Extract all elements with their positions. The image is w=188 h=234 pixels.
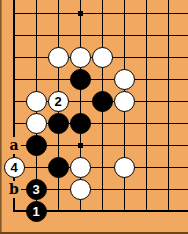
black-stone [70,113,91,134]
image-border-bottom [0,232,188,234]
white-stone [92,47,113,68]
black-stone [70,69,91,90]
move-number: 3 [32,183,39,196]
black-stone [26,135,47,156]
move-number: 1 [32,205,39,218]
white-stone: 4 [4,157,25,178]
move-number: 2 [54,95,61,108]
black-stone: 1 [26,201,47,222]
white-stone [26,91,47,112]
point-label: a [8,137,21,154]
black-stone: 3 [26,179,47,200]
white-stone [114,157,135,178]
white-stone [26,113,47,134]
point-label: b [8,181,21,198]
white-stone [70,47,91,68]
white-stone [70,157,91,178]
white-stone [114,91,135,112]
go-board-diagram: 2431ab [0,0,188,234]
white-stone [114,69,135,90]
black-stone [48,113,69,134]
white-stone [48,47,69,68]
white-stone: 2 [48,91,69,112]
black-stone [48,157,69,178]
white-stone [70,179,91,200]
stones-layer: 2431ab [3,2,179,222]
image-border-left [0,0,2,234]
move-number: 4 [10,161,17,174]
black-stone [92,91,113,112]
